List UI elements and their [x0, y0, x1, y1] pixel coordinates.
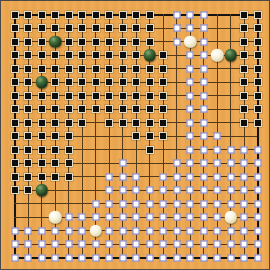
white-territory-marker	[119, 200, 126, 207]
white-territory-marker	[187, 52, 194, 59]
black-territory-marker	[240, 92, 248, 100]
black-territory-marker	[38, 132, 46, 140]
white-stone	[89, 224, 102, 237]
white-territory-marker	[133, 241, 140, 248]
white-territory-marker	[119, 187, 126, 194]
white-territory-marker	[187, 65, 194, 72]
white-territory-marker	[65, 214, 72, 221]
white-territory-marker	[187, 200, 194, 207]
black-territory-marker	[119, 65, 127, 73]
white-territory-marker	[214, 173, 221, 180]
white-territory-marker	[241, 173, 248, 180]
black-territory-marker	[240, 51, 248, 59]
black-stone	[143, 49, 156, 62]
white-territory-marker	[241, 200, 248, 207]
black-territory-marker	[65, 78, 73, 86]
white-territory-marker	[214, 200, 221, 207]
white-territory-marker	[173, 187, 180, 194]
white-territory-marker	[92, 254, 99, 261]
black-territory-marker	[105, 11, 113, 19]
black-territory-marker	[105, 105, 113, 113]
black-territory-marker	[51, 65, 59, 73]
white-territory-marker	[79, 254, 86, 261]
black-territory-marker	[254, 92, 262, 100]
black-territory-marker	[105, 51, 113, 59]
black-territory-marker	[146, 119, 154, 127]
black-territory-marker	[24, 105, 32, 113]
white-territory-marker	[146, 187, 153, 194]
white-territory-marker	[133, 214, 140, 221]
white-territory-marker	[214, 160, 221, 167]
white-territory-marker	[173, 25, 180, 32]
black-territory-marker	[240, 119, 248, 127]
black-territory-marker	[24, 51, 32, 59]
black-territory-marker	[24, 24, 32, 32]
black-territory-marker	[92, 11, 100, 19]
white-stone	[224, 211, 237, 224]
black-territory-marker	[11, 65, 19, 73]
black-territory-marker	[78, 24, 86, 32]
black-territory-marker	[38, 159, 46, 167]
black-territory-marker	[105, 65, 113, 73]
black-territory-marker	[254, 51, 262, 59]
white-territory-marker	[160, 227, 167, 234]
black-territory-marker	[51, 105, 59, 113]
white-territory-marker	[227, 227, 234, 234]
black-territory-marker	[119, 51, 127, 59]
black-territory-marker	[51, 173, 59, 181]
black-territory-marker	[38, 24, 46, 32]
white-territory-marker	[254, 241, 261, 248]
black-territory-marker	[119, 105, 127, 113]
white-territory-marker	[38, 241, 45, 248]
white-territory-marker	[25, 254, 32, 261]
white-territory-marker	[79, 227, 86, 234]
white-territory-marker	[187, 79, 194, 86]
black-territory-marker	[132, 11, 140, 19]
black-territory-marker	[51, 119, 59, 127]
white-territory-marker	[187, 227, 194, 234]
black-territory-marker	[78, 105, 86, 113]
black-territory-marker	[132, 24, 140, 32]
black-territory-marker	[159, 92, 167, 100]
white-territory-marker	[119, 160, 126, 167]
black-territory-marker	[254, 78, 262, 86]
white-territory-marker	[106, 173, 113, 180]
black-territory-marker	[11, 11, 19, 19]
black-territory-marker	[92, 24, 100, 32]
white-territory-marker	[241, 160, 248, 167]
white-territory-marker	[187, 119, 194, 126]
black-territory-marker	[78, 78, 86, 86]
black-territory-marker	[119, 119, 127, 127]
white-territory-marker	[200, 133, 207, 140]
white-territory-marker	[65, 254, 72, 261]
white-territory-marker	[187, 25, 194, 32]
black-territory-marker	[240, 65, 248, 73]
white-territory-marker	[173, 38, 180, 45]
white-territory-marker	[241, 227, 248, 234]
white-territory-marker	[241, 146, 248, 153]
white-territory-marker	[200, 52, 207, 59]
white-territory-marker	[200, 92, 207, 99]
black-territory-marker	[240, 11, 248, 19]
black-territory-marker	[254, 24, 262, 32]
white-territory-marker	[146, 241, 153, 248]
white-territory-marker	[119, 241, 126, 248]
white-territory-marker	[200, 214, 207, 221]
white-territory-marker	[254, 173, 261, 180]
black-territory-marker	[65, 38, 73, 46]
black-territory-marker	[78, 11, 86, 19]
white-territory-marker	[146, 200, 153, 207]
white-territory-marker	[173, 254, 180, 261]
black-territory-marker	[11, 159, 19, 167]
black-territory-marker	[159, 105, 167, 113]
black-territory-marker	[92, 65, 100, 73]
white-territory-marker	[227, 146, 234, 153]
white-territory-marker	[214, 254, 221, 261]
white-territory-marker	[38, 227, 45, 234]
black-territory-marker	[51, 11, 59, 19]
white-territory-marker	[25, 227, 32, 234]
white-territory-marker	[119, 214, 126, 221]
white-territory-marker	[52, 254, 59, 261]
white-territory-marker	[214, 187, 221, 194]
white-stone	[184, 35, 197, 48]
white-territory-marker	[187, 254, 194, 261]
black-territory-marker	[254, 105, 262, 113]
white-territory-marker	[200, 241, 207, 248]
black-territory-marker	[38, 65, 46, 73]
black-territory-marker	[78, 51, 86, 59]
white-territory-marker	[11, 254, 18, 261]
white-territory-marker	[106, 214, 113, 221]
white-stone	[49, 211, 62, 224]
black-territory-marker	[132, 92, 140, 100]
white-territory-marker	[227, 241, 234, 248]
white-territory-marker	[119, 227, 126, 234]
white-territory-marker	[133, 187, 140, 194]
black-territory-marker	[254, 11, 262, 19]
white-territory-marker	[187, 92, 194, 99]
white-territory-marker	[254, 146, 261, 153]
white-territory-marker	[254, 187, 261, 194]
white-territory-marker	[187, 214, 194, 221]
white-territory-marker	[92, 200, 99, 207]
black-territory-marker	[11, 78, 19, 86]
black-territory-marker	[132, 51, 140, 59]
black-territory-marker	[254, 65, 262, 73]
black-territory-marker	[11, 173, 19, 181]
black-territory-marker	[92, 51, 100, 59]
white-territory-marker	[65, 241, 72, 248]
black-territory-marker	[146, 24, 154, 32]
black-territory-marker	[159, 78, 167, 86]
black-territory-marker	[65, 65, 73, 73]
black-territory-marker	[119, 24, 127, 32]
black-territory-marker	[51, 92, 59, 100]
black-territory-marker	[132, 105, 140, 113]
white-territory-marker	[65, 227, 72, 234]
black-territory-marker	[119, 78, 127, 86]
black-territory-marker	[132, 78, 140, 86]
black-territory-marker	[146, 132, 154, 140]
black-territory-marker	[38, 51, 46, 59]
white-territory-marker	[241, 187, 248, 194]
white-territory-marker	[160, 214, 167, 221]
white-territory-marker	[173, 200, 180, 207]
black-territory-marker	[146, 78, 154, 86]
black-territory-marker	[132, 119, 140, 127]
black-territory-marker	[132, 65, 140, 73]
white-territory-marker	[160, 187, 167, 194]
black-territory-marker	[146, 146, 154, 154]
black-territory-marker	[92, 78, 100, 86]
black-territory-marker	[24, 173, 32, 181]
white-territory-marker	[79, 214, 86, 221]
white-territory-marker	[92, 241, 99, 248]
white-territory-marker	[119, 173, 126, 180]
black-territory-marker	[92, 38, 100, 46]
black-territory-marker	[11, 119, 19, 127]
black-territory-marker	[38, 105, 46, 113]
black-territory-marker	[105, 24, 113, 32]
black-territory-marker	[24, 132, 32, 140]
black-territory-marker	[38, 11, 46, 19]
white-territory-marker	[214, 146, 221, 153]
black-territory-marker	[65, 146, 73, 154]
black-territory-marker	[92, 92, 100, 100]
white-territory-marker	[133, 227, 140, 234]
black-territory-marker	[240, 78, 248, 86]
black-territory-marker	[24, 159, 32, 167]
white-territory-marker	[146, 227, 153, 234]
black-territory-marker	[105, 119, 113, 127]
white-territory-marker	[200, 173, 207, 180]
white-territory-marker	[173, 214, 180, 221]
white-territory-marker	[214, 214, 221, 221]
black-territory-marker	[119, 38, 127, 46]
white-territory-marker	[173, 160, 180, 167]
white-territory-marker	[187, 241, 194, 248]
white-territory-marker	[173, 227, 180, 234]
black-territory-marker	[38, 38, 46, 46]
black-territory-marker	[119, 11, 127, 19]
white-territory-marker	[214, 133, 221, 140]
black-territory-marker	[65, 132, 73, 140]
black-territory-marker	[24, 78, 32, 86]
white-territory-marker	[227, 200, 234, 207]
black-territory-marker	[11, 92, 19, 100]
white-territory-marker	[200, 38, 207, 45]
white-territory-marker	[106, 187, 113, 194]
black-territory-marker	[65, 119, 73, 127]
white-territory-marker	[187, 11, 194, 18]
grid-line-vertical	[176, 14, 177, 259]
black-territory-marker	[38, 173, 46, 181]
black-territory-marker	[105, 38, 113, 46]
white-territory-marker	[200, 227, 207, 234]
black-territory-marker	[159, 132, 167, 140]
white-territory-marker	[200, 119, 207, 126]
black-territory-marker	[38, 146, 46, 154]
white-territory-marker	[11, 227, 18, 234]
black-territory-marker	[11, 186, 19, 194]
white-territory-marker	[200, 160, 207, 167]
black-territory-marker	[146, 38, 154, 46]
white-territory-marker	[254, 254, 261, 261]
white-territory-marker	[241, 254, 248, 261]
white-stone	[211, 49, 224, 62]
black-territory-marker	[78, 65, 86, 73]
black-territory-marker	[65, 159, 73, 167]
black-territory-marker	[65, 51, 73, 59]
white-territory-marker	[200, 106, 207, 113]
white-territory-marker	[106, 241, 113, 248]
black-territory-marker	[65, 11, 73, 19]
black-territory-marker	[132, 132, 140, 140]
black-territory-marker	[24, 65, 32, 73]
black-territory-marker	[146, 65, 154, 73]
black-territory-marker	[92, 105, 100, 113]
black-territory-marker	[38, 119, 46, 127]
white-territory-marker	[254, 214, 261, 221]
white-territory-marker	[146, 214, 153, 221]
black-territory-marker	[51, 146, 59, 154]
black-territory-marker	[24, 38, 32, 46]
white-territory-marker	[187, 146, 194, 153]
white-territory-marker	[187, 133, 194, 140]
white-territory-marker	[241, 241, 248, 248]
black-territory-marker	[51, 159, 59, 167]
black-territory-marker	[38, 92, 46, 100]
white-territory-marker	[52, 227, 59, 234]
black-territory-marker	[65, 92, 73, 100]
black-territory-marker	[146, 11, 154, 19]
white-territory-marker	[160, 241, 167, 248]
white-territory-marker	[11, 241, 18, 248]
black-territory-marker	[105, 92, 113, 100]
white-territory-marker	[173, 241, 180, 248]
white-territory-marker	[106, 227, 113, 234]
white-territory-marker	[173, 11, 180, 18]
white-territory-marker	[146, 254, 153, 261]
white-territory-marker	[214, 227, 221, 234]
white-territory-marker	[187, 187, 194, 194]
white-territory-marker	[227, 160, 234, 167]
white-territory-marker	[79, 241, 86, 248]
white-territory-marker	[254, 200, 261, 207]
black-territory-marker	[105, 78, 113, 86]
white-territory-marker	[160, 173, 167, 180]
white-territory-marker	[200, 146, 207, 153]
black-territory-marker	[254, 119, 262, 127]
black-territory-marker	[24, 119, 32, 127]
black-stone	[35, 76, 48, 89]
black-territory-marker	[146, 92, 154, 100]
white-territory-marker	[200, 79, 207, 86]
black-territory-marker	[24, 92, 32, 100]
white-territory-marker	[119, 254, 126, 261]
white-territory-marker	[200, 25, 207, 32]
black-territory-marker	[11, 51, 19, 59]
black-territory-marker	[159, 65, 167, 73]
black-territory-marker	[159, 51, 167, 59]
black-territory-marker	[11, 38, 19, 46]
white-territory-marker	[200, 11, 207, 18]
black-territory-marker	[240, 24, 248, 32]
white-territory-marker	[254, 227, 261, 234]
white-territory-marker	[227, 254, 234, 261]
black-territory-marker	[65, 24, 73, 32]
white-territory-marker	[214, 241, 221, 248]
black-territory-marker	[51, 132, 59, 140]
black-territory-marker	[51, 78, 59, 86]
black-stone	[224, 49, 237, 62]
black-territory-marker	[65, 105, 73, 113]
white-territory-marker	[92, 214, 99, 221]
black-territory-marker	[11, 24, 19, 32]
white-territory-marker	[25, 241, 32, 248]
black-territory-marker	[51, 24, 59, 32]
black-territory-marker	[24, 186, 32, 194]
white-territory-marker	[173, 173, 180, 180]
white-territory-marker	[133, 200, 140, 207]
black-territory-marker	[24, 11, 32, 19]
white-territory-marker	[227, 173, 234, 180]
white-territory-marker	[200, 187, 207, 194]
black-territory-marker	[159, 119, 167, 127]
white-territory-marker	[187, 160, 194, 167]
white-territory-marker	[133, 254, 140, 261]
go-board[interactable]	[0, 0, 270, 270]
black-territory-marker	[65, 173, 73, 181]
white-territory-marker	[38, 254, 45, 261]
white-territory-marker	[254, 160, 261, 167]
black-territory-marker	[254, 38, 262, 46]
black-territory-marker	[146, 105, 154, 113]
white-territory-marker	[227, 187, 234, 194]
black-territory-marker	[11, 146, 19, 154]
black-stone	[49, 35, 62, 48]
white-territory-marker	[106, 200, 113, 207]
black-territory-marker	[78, 92, 86, 100]
white-territory-marker	[52, 241, 59, 248]
black-territory-marker	[119, 92, 127, 100]
white-territory-marker	[241, 214, 248, 221]
white-territory-marker	[187, 173, 194, 180]
black-territory-marker	[240, 105, 248, 113]
white-territory-marker	[106, 254, 113, 261]
white-territory-marker	[200, 200, 207, 207]
black-territory-marker	[11, 132, 19, 140]
black-stone	[35, 184, 48, 197]
white-territory-marker	[133, 173, 140, 180]
black-territory-marker	[240, 38, 248, 46]
white-territory-marker	[187, 106, 194, 113]
black-territory-marker	[24, 146, 32, 154]
black-territory-marker	[51, 51, 59, 59]
white-territory-marker	[200, 65, 207, 72]
white-territory-marker	[160, 254, 167, 261]
white-territory-marker	[160, 200, 167, 207]
white-territory-marker	[200, 254, 207, 261]
black-territory-marker	[78, 38, 86, 46]
black-territory-marker	[132, 38, 140, 46]
black-territory-marker	[11, 105, 19, 113]
black-territory-marker	[78, 119, 86, 127]
